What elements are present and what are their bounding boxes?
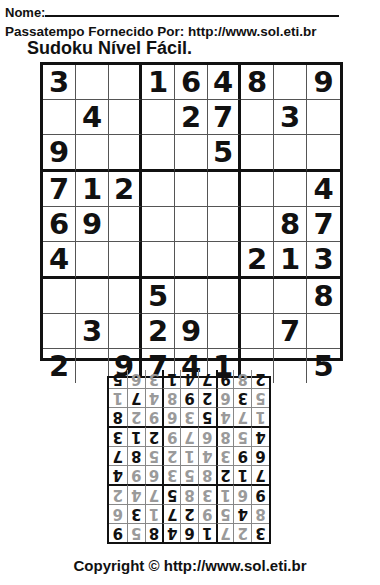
solution-cell-r5c9: 7	[109, 446, 127, 465]
puzzle-cell-r7c5[interactable]	[175, 279, 208, 314]
puzzle-cell-r8c8[interactable]: 7	[274, 314, 307, 349]
solution-cell-r5c3: 3	[216, 446, 234, 465]
puzzle-cell-r2c6[interactable]: 7	[208, 100, 241, 135]
puzzle-cell-r5c3[interactable]	[109, 207, 142, 242]
puzzle-cell-r5c8[interactable]: 8	[274, 207, 307, 242]
solution-cell-r1c6: 4	[162, 523, 180, 542]
solution-cell-r9c4: 7	[198, 370, 216, 388]
puzzle-cell-r5c6[interactable]	[208, 207, 241, 242]
solution-cell-r8c4: 2	[198, 388, 216, 407]
solution-cell-r9c1: 2	[251, 370, 269, 388]
puzzle-cell-r3c5[interactable]	[175, 135, 208, 172]
solution-cell-r6c8: 1	[127, 426, 145, 446]
solution-cell-r5c5: 1	[180, 446, 198, 465]
puzzle-cell-r1c3[interactable]	[109, 65, 142, 100]
solution-cell-r7c4: 5	[198, 407, 216, 426]
solution-cell-r8c2: 3	[233, 388, 251, 407]
puzzle-cell-r7c1[interactable]	[43, 279, 76, 314]
puzzle-cell-r8c1[interactable]	[43, 314, 76, 349]
solution-cell-r4c3: 2	[216, 465, 234, 484]
solution-cell-r8c5: 9	[180, 388, 198, 407]
puzzle-cell-r4c3[interactable]: 2	[109, 172, 142, 207]
solution-cell-r5c4: 4	[198, 446, 216, 465]
solution-cell-r8c7: 4	[145, 388, 163, 407]
solution-cell-r8c9: 1	[109, 388, 127, 407]
puzzle-cell-r5c7[interactable]	[241, 207, 274, 242]
puzzle-cell-r1c5[interactable]: 6	[175, 65, 208, 100]
puzzle-cell-r9c1[interactable]: 2	[43, 349, 76, 383]
solution-cell-r2c2: 4	[233, 504, 251, 523]
solution-cell-r9c8: 6	[127, 370, 145, 388]
solution-cell-r3c3: 1	[216, 484, 234, 504]
solution-cell-r1c3: 7	[216, 523, 234, 542]
solution-cell-r7c3: 4	[216, 407, 234, 426]
solution-cell-r1c9: 9	[109, 523, 127, 542]
solution-cell-r7c9: 8	[109, 407, 127, 426]
solution-cell-r1c2: 2	[233, 523, 251, 542]
solution-cell-r9c5: 4	[180, 370, 198, 388]
solution-cell-r7c6: 6	[162, 407, 180, 426]
puzzle-cell-r4c1[interactable]: 7	[43, 172, 76, 207]
puzzle-cell-r8c9[interactable]	[307, 314, 340, 349]
solution-cell-r1c8: 5	[127, 523, 145, 542]
solution-cell-r4c8: 9	[127, 465, 145, 484]
puzzle-cell-r2c2[interactable]: 4	[76, 100, 109, 135]
solution-cell-r6c2: 5	[233, 426, 251, 446]
puzzle-cell-r7c6[interactable]	[208, 279, 241, 314]
page-title: Sudoku Nível Fácil.	[27, 38, 192, 59]
puzzle-cell-r1c8[interactable]	[274, 65, 307, 100]
puzzle-cell-r2c5[interactable]: 2	[175, 100, 208, 135]
puzzle-cell-r3c9[interactable]	[307, 135, 340, 172]
solution-cell-r2c8: 3	[127, 504, 145, 523]
puzzle-cell-r5c5[interactable]	[175, 207, 208, 242]
puzzle-cell-r4c5[interactable]	[175, 172, 208, 207]
solution-cell-r7c1: 1	[251, 407, 269, 426]
puzzle-cell-r7c3[interactable]	[109, 279, 142, 314]
solution-cell-r6c1: 4	[251, 426, 269, 446]
solution-cell-r1c5: 6	[180, 523, 198, 542]
puzzle-cell-r3c2[interactable]	[76, 135, 109, 172]
puzzle-cell-r7c8[interactable]	[274, 279, 307, 314]
puzzle-cell-r9c2[interactable]	[76, 349, 109, 383]
puzzle-cell-r6c1[interactable]: 4	[43, 242, 76, 279]
page-header: Nome: Passatempo Fornecido Por: http://w…	[5, 3, 375, 40]
puzzle-cell-r2c9[interactable]	[307, 100, 340, 135]
name-blank-line	[45, 3, 339, 17]
puzzle-cell-r3c6[interactable]: 5	[208, 135, 241, 172]
solution-cell-r5c7: 5	[145, 446, 163, 465]
puzzle-cell-r9c9[interactable]: 5	[307, 349, 340, 383]
puzzle-cell-r5c2[interactable]: 9	[76, 207, 109, 242]
puzzle-cell-r8c2[interactable]: 3	[76, 314, 109, 349]
solution-cell-r2c3: 5	[216, 504, 234, 523]
solution-cell-r8c8: 7	[127, 388, 145, 407]
puzzle-cell-r1c1[interactable]: 3	[43, 65, 76, 100]
puzzle-cell-r1c4[interactable]: 1	[142, 65, 175, 100]
puzzle-cell-r7c7[interactable]	[241, 279, 274, 314]
solution-cell-r8c1: 5	[251, 388, 269, 407]
puzzle-cell-r6c7[interactable]: 2	[241, 242, 274, 279]
solution-cell-r8c3: 6	[216, 388, 234, 407]
solution-cell-r2c9: 6	[109, 504, 127, 523]
copyright-text: Copyright © http://www.sol.eti.br	[0, 557, 380, 574]
solution-cell-r3c9: 2	[109, 484, 127, 504]
solution-cell-r1c7: 8	[145, 523, 163, 542]
puzzle-cell-r8c4[interactable]: 2	[142, 314, 175, 349]
puzzle-cell-r4c6[interactable]	[208, 172, 241, 207]
name-row: Nome:	[5, 3, 375, 21]
puzzle-cell-r2c3[interactable]	[109, 100, 142, 135]
solution-cell-r3c6: 5	[162, 484, 180, 504]
solution-cell-r3c5: 8	[180, 484, 198, 504]
solution-cell-r4c2: 1	[233, 465, 251, 484]
puzzle-cell-r6c9[interactable]: 3	[307, 242, 340, 279]
puzzle-cell-r5c1[interactable]: 6	[43, 207, 76, 242]
sudoku-solution-grid: 3271648598459271369613857427128536946934…	[107, 376, 271, 544]
puzzle-cell-r1c9[interactable]: 9	[307, 65, 340, 100]
solution-cell-r1c1: 3	[251, 523, 269, 542]
solution-cell-r4c9: 4	[109, 465, 127, 484]
puzzle-cell-r2c4[interactable]	[142, 100, 175, 135]
puzzle-cell-r4c8[interactable]	[274, 172, 307, 207]
solution-cell-r5c1: 6	[251, 446, 269, 465]
solution-cell-r3c8: 4	[127, 484, 145, 504]
solution-cell-r7c7: 9	[145, 407, 163, 426]
puzzle-cell-r4c7[interactable]	[241, 172, 274, 207]
puzzle-cell-r3c1[interactable]: 9	[43, 135, 76, 172]
solution-cell-r9c3: 9	[216, 370, 234, 388]
solution-cell-r1c4: 1	[198, 523, 216, 542]
puzzle-cell-r7c2[interactable]	[76, 279, 109, 314]
puzzle-cell-r2c1[interactable]	[43, 100, 76, 135]
solution-cell-r6c7: 2	[145, 426, 163, 446]
puzzle-cell-r6c8[interactable]: 1	[274, 242, 307, 279]
puzzle-cell-r4c9[interactable]: 4	[307, 172, 340, 207]
solution-cell-r2c5: 2	[180, 504, 198, 523]
puzzle-cell-r4c4[interactable]	[142, 172, 175, 207]
solution-cell-r4c4: 8	[198, 465, 216, 484]
solution-cell-r9c7: 3	[145, 370, 163, 388]
puzzle-cell-r5c9[interactable]: 7	[307, 207, 340, 242]
puzzle-cell-r5c4[interactable]	[142, 207, 175, 242]
sudoku-puzzle-grid: 316489427395712469874213583297297415	[40, 62, 343, 361]
puzzle-cell-r6c5[interactable]	[175, 242, 208, 279]
puzzle-cell-r3c3[interactable]	[109, 135, 142, 172]
solution-cell-r2c6: 7	[162, 504, 180, 523]
solution-cell-r9c2: 8	[233, 370, 251, 388]
solution-cell-r5c2: 9	[233, 446, 251, 465]
solution-cell-r9c9: 5	[109, 370, 127, 388]
puzzle-cell-r8c7[interactable]	[241, 314, 274, 349]
solution-cell-r3c2: 6	[233, 484, 251, 504]
solution-cell-r2c1: 8	[251, 504, 269, 523]
puzzle-cell-r7c9[interactable]: 8	[307, 279, 340, 314]
puzzle-cell-r6c4[interactable]	[142, 242, 175, 279]
puzzle-cell-r3c7[interactable]	[241, 135, 274, 172]
puzzle-cell-r8c6[interactable]	[208, 314, 241, 349]
solution-cell-r6c3: 8	[216, 426, 234, 446]
solution-cell-r6c5: 7	[180, 426, 198, 446]
solution-cell-r4c6: 3	[162, 465, 180, 484]
puzzle-cell-r1c2[interactable]	[76, 65, 109, 100]
puzzle-cell-r2c8[interactable]: 3	[274, 100, 307, 135]
puzzle-cell-r6c2[interactable]	[76, 242, 109, 279]
name-label: Nome:	[5, 5, 45, 20]
puzzle-cell-r3c8[interactable]	[274, 135, 307, 172]
puzzle-cell-r8c3[interactable]	[109, 314, 142, 349]
puzzle-cell-r6c3[interactable]	[109, 242, 142, 279]
solution-cell-r6c9: 3	[109, 426, 127, 446]
puzzle-cell-r9c8[interactable]	[274, 349, 307, 383]
puzzle-cell-r7c4[interactable]: 5	[142, 279, 175, 314]
puzzle-cell-r8c5[interactable]: 9	[175, 314, 208, 349]
solution-cell-r8c6: 8	[162, 388, 180, 407]
solution-cell-r7c5: 3	[180, 407, 198, 426]
puzzle-cell-r6c6[interactable]	[208, 242, 241, 279]
puzzle-cell-r2c7[interactable]	[241, 100, 274, 135]
solution-cell-r2c4: 9	[198, 504, 216, 523]
solution-cell-r6c4: 6	[198, 426, 216, 446]
solution-cell-r7c8: 2	[127, 407, 145, 426]
puzzle-cell-r1c6[interactable]: 4	[208, 65, 241, 100]
solution-cell-r5c8: 8	[127, 446, 145, 465]
solution-cell-r5c6: 2	[162, 446, 180, 465]
solution-cell-r9c6: 1	[162, 370, 180, 388]
solution-cell-r3c7: 7	[145, 484, 163, 504]
solution-cell-r4c5: 5	[180, 465, 198, 484]
solution-cell-r4c7: 6	[145, 465, 163, 484]
solution-cell-r2c7: 1	[145, 504, 163, 523]
solution-cell-r7c2: 7	[233, 407, 251, 426]
solution-cell-r3c4: 3	[198, 484, 216, 504]
puzzle-cell-r3c4[interactable]	[142, 135, 175, 172]
puzzle-cell-r4c2[interactable]: 1	[76, 172, 109, 207]
solution-cell-r3c1: 9	[251, 484, 269, 504]
solution-cell-r4c1: 7	[251, 465, 269, 484]
solution-cell-r6c6: 9	[162, 426, 180, 446]
puzzle-cell-r1c7[interactable]: 8	[241, 65, 274, 100]
